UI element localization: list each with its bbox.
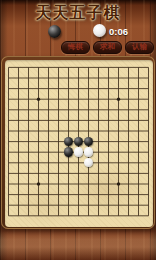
intersection-g13[interactable] [64,83,74,94]
intersection-e7[interactable] [44,147,54,158]
intersection-f2[interactable] [54,200,64,211]
intersection-e5[interactable] [44,168,54,179]
intersection-d3[interactable] [34,189,44,200]
intersection-a5[interactable] [4,168,14,179]
intersection-m7[interactable] [124,147,134,158]
intersection-o12[interactable] [144,94,154,105]
intersection-f10[interactable] [54,115,64,126]
intersection-a11[interactable] [4,104,14,115]
intersection-n15[interactable] [134,62,144,73]
intersection-b13[interactable] [14,83,24,94]
undo-button[interactable]: 悔棋 [61,41,90,54]
intersection-e1[interactable] [44,210,54,221]
intersection-l14[interactable] [114,73,124,84]
intersection-e13[interactable] [44,83,54,94]
intersection-e3[interactable] [44,189,54,200]
intersection-b11[interactable] [14,104,24,115]
resign-button[interactable]: 认输 [125,41,154,54]
intersection-n11[interactable] [134,104,144,115]
draw-button[interactable]: 求和 [93,41,122,54]
intersection-j15[interactable] [94,62,104,73]
stone-grid[interactable] [4,62,154,221]
intersection-h12[interactable] [74,94,84,105]
intersection-b4[interactable] [14,179,24,190]
intersection-c11[interactable] [24,104,34,115]
board-surface [5,60,153,227]
intersection-d13[interactable] [34,83,44,94]
intersection-i3[interactable] [84,189,94,200]
white-stone [74,147,83,156]
intersection-h14[interactable] [74,73,84,84]
intersection-b5[interactable] [14,168,24,179]
intersection-c6[interactable] [24,157,34,168]
intersection-e15[interactable] [44,62,54,73]
intersection-j7[interactable] [94,147,104,158]
intersection-i10[interactable] [84,115,94,126]
board [1,56,155,229]
intersection-k12[interactable] [104,94,114,105]
intersection-j14[interactable] [94,73,104,84]
intersection-e10[interactable] [44,115,54,126]
intersection-k14[interactable] [104,73,114,84]
intersection-g7[interactable] [64,147,74,158]
intersection-o7[interactable] [144,147,154,158]
intersection-n4[interactable] [134,179,144,190]
intersection-f9[interactable] [54,126,64,137]
intersection-i14[interactable] [84,73,94,84]
intersection-o9[interactable] [144,126,154,137]
intersection-j10[interactable] [94,115,104,126]
intersection-k15[interactable] [104,62,114,73]
black-stone [84,137,93,146]
intersection-h8[interactable] [74,136,84,147]
intersection-c5[interactable] [24,168,34,179]
intersection-f6[interactable] [54,157,64,168]
intersection-c10[interactable] [24,115,34,126]
intersection-n14[interactable] [134,73,144,84]
intersection-i5[interactable] [84,168,94,179]
intersection-a2[interactable] [4,200,14,211]
intersection-f4[interactable] [54,179,64,190]
intersection-h3[interactable] [74,189,84,200]
intersection-o11[interactable] [144,104,154,115]
intersection-m10[interactable] [124,115,134,126]
black-player-stone-icon [48,25,61,38]
intersection-e4[interactable] [44,179,54,190]
intersection-o15[interactable] [144,62,154,73]
intersection-f14[interactable] [54,73,64,84]
intersection-a14[interactable] [4,73,14,84]
intersection-o8[interactable] [144,136,154,147]
intersection-a6[interactable] [4,157,14,168]
black-stone [74,137,83,146]
intersection-c2[interactable] [24,200,34,211]
intersection-e11[interactable] [44,104,54,115]
intersection-n3[interactable] [134,189,144,200]
intersection-a7[interactable] [4,147,14,158]
intersection-c7[interactable] [24,147,34,158]
intersection-m5[interactable] [124,168,134,179]
intersection-a15[interactable] [4,62,14,73]
intersection-d6[interactable] [34,157,44,168]
intersection-g12[interactable] [64,94,74,105]
intersection-c4[interactable] [24,179,34,190]
intersection-i1[interactable] [84,210,94,221]
intersection-i13[interactable] [84,83,94,94]
intersection-g1[interactable] [64,210,74,221]
intersection-j12[interactable] [94,94,104,105]
intersection-l11[interactable] [114,104,124,115]
intersection-e9[interactable] [44,126,54,137]
intersection-k1[interactable] [104,210,114,221]
intersection-d10[interactable] [34,115,44,126]
intersection-d8[interactable] [34,136,44,147]
intersection-n5[interactable] [134,168,144,179]
intersection-l4[interactable] [114,179,124,190]
intersection-l5[interactable] [114,168,124,179]
intersection-n7[interactable] [134,147,144,158]
intersection-m6[interactable] [124,157,134,168]
intersection-f12[interactable] [54,94,64,105]
intersection-a3[interactable] [4,189,14,200]
intersection-n2[interactable] [134,200,144,211]
intersection-k11[interactable] [104,104,114,115]
intersection-e6[interactable] [44,157,54,168]
intersection-h2[interactable] [74,200,84,211]
intersection-g2[interactable] [64,200,74,211]
intersection-d1[interactable] [34,210,44,221]
intersection-d9[interactable] [34,126,44,137]
intersection-m14[interactable] [124,73,134,84]
intersection-o2[interactable] [144,200,154,211]
intersection-a13[interactable] [4,83,14,94]
intersection-b14[interactable] [14,73,24,84]
intersection-b3[interactable] [14,189,24,200]
intersection-i9[interactable] [84,126,94,137]
intersection-l3[interactable] [114,189,124,200]
intersection-j1[interactable] [94,210,104,221]
intersection-l7[interactable] [114,147,124,158]
intersection-k13[interactable] [104,83,114,94]
intersection-j6[interactable] [94,157,104,168]
action-bar: 悔棋 求和 认输 [61,41,154,54]
intersection-h13[interactable] [74,83,84,94]
intersection-e14[interactable] [44,73,54,84]
intersection-a8[interactable] [4,136,14,147]
intersection-c1[interactable] [24,210,34,221]
intersection-m13[interactable] [124,83,134,94]
move-timer: 0:06 [109,26,128,37]
intersection-k5[interactable] [104,168,114,179]
intersection-d7[interactable] [34,147,44,158]
intersection-m8[interactable] [124,136,134,147]
intersection-g6[interactable] [64,157,74,168]
intersection-g14[interactable] [64,73,74,84]
intersection-k9[interactable] [104,126,114,137]
intersection-o4[interactable] [144,179,154,190]
intersection-g11[interactable] [64,104,74,115]
intersection-n6[interactable] [134,157,144,168]
intersection-e8[interactable] [44,136,54,147]
intersection-b7[interactable] [14,147,24,158]
intersection-c9[interactable] [24,126,34,137]
app-title: 天天五子棋 [0,3,156,24]
intersection-n8[interactable] [134,136,144,147]
intersection-o6[interactable] [144,157,154,168]
intersection-i11[interactable] [84,104,94,115]
intersection-m4[interactable] [124,179,134,190]
intersection-l1[interactable] [114,210,124,221]
intersection-l15[interactable] [114,62,124,73]
intersection-k2[interactable] [104,200,114,211]
black-stone [64,147,73,156]
intersection-f15[interactable] [54,62,64,73]
white-stone [84,147,93,156]
intersection-b6[interactable] [14,157,24,168]
intersection-j9[interactable] [94,126,104,137]
intersection-m9[interactable] [124,126,134,137]
intersection-i12[interactable] [84,94,94,105]
intersection-h11[interactable] [74,104,84,115]
intersection-g3[interactable] [64,189,74,200]
intersection-k10[interactable] [104,115,114,126]
intersection-f8[interactable] [54,136,64,147]
intersection-g4[interactable] [64,179,74,190]
intersection-j11[interactable] [94,104,104,115]
intersection-j8[interactable] [94,136,104,147]
intersection-h7[interactable] [74,147,84,158]
intersection-g9[interactable] [64,126,74,137]
intersection-l13[interactable] [114,83,124,94]
intersection-g10[interactable] [64,115,74,126]
intersection-c14[interactable] [24,73,34,84]
intersection-d4[interactable] [34,179,44,190]
intersection-o10[interactable] [144,115,154,126]
intersection-m3[interactable] [124,189,134,200]
intersection-l8[interactable] [114,136,124,147]
intersection-i4[interactable] [84,179,94,190]
intersection-i6[interactable] [84,157,94,168]
intersection-h5[interactable] [74,168,84,179]
intersection-n1[interactable] [134,210,144,221]
intersection-m12[interactable] [124,94,134,105]
intersection-i8[interactable] [84,136,94,147]
intersection-a1[interactable] [4,210,14,221]
intersection-i15[interactable] [84,62,94,73]
intersection-k4[interactable] [104,179,114,190]
intersection-g8[interactable] [64,136,74,147]
intersection-e2[interactable] [44,200,54,211]
table-reflection [0,231,156,260]
intersection-f11[interactable] [54,104,64,115]
intersection-j2[interactable] [94,200,104,211]
intersection-d15[interactable] [34,62,44,73]
intersection-m2[interactable] [124,200,134,211]
intersection-n12[interactable] [134,94,144,105]
intersection-k3[interactable] [104,189,114,200]
intersection-f5[interactable] [54,168,64,179]
intersection-n9[interactable] [134,126,144,137]
intersection-l9[interactable] [114,126,124,137]
intersection-d14[interactable] [34,73,44,84]
intersection-j3[interactable] [94,189,104,200]
intersection-l12[interactable] [114,94,124,105]
intersection-b10[interactable] [14,115,24,126]
intersection-o1[interactable] [144,210,154,221]
intersection-c3[interactable] [24,189,34,200]
intersection-i2[interactable] [84,200,94,211]
intersection-a10[interactable] [4,115,14,126]
intersection-h1[interactable] [74,210,84,221]
intersection-o3[interactable] [144,189,154,200]
intersection-h9[interactable] [74,126,84,137]
intersection-a4[interactable] [4,179,14,190]
black-stone [64,137,73,146]
intersection-m11[interactable] [124,104,134,115]
intersection-a12[interactable] [4,94,14,105]
intersection-c12[interactable] [24,94,34,105]
intersection-c15[interactable] [24,62,34,73]
intersection-n13[interactable] [134,83,144,94]
intersection-j4[interactable] [94,179,104,190]
intersection-l2[interactable] [114,200,124,211]
intersection-h6[interactable] [74,157,84,168]
white-stone [84,158,93,167]
intersection-e12[interactable] [44,94,54,105]
intersection-k8[interactable] [104,136,114,147]
intersection-f3[interactable] [54,189,64,200]
intersection-b1[interactable] [14,210,24,221]
intersection-c13[interactable] [24,83,34,94]
intersection-d12[interactable] [34,94,44,105]
intersection-f13[interactable] [54,83,64,94]
intersection-b2[interactable] [14,200,24,211]
intersection-d5[interactable] [34,168,44,179]
intersection-g5[interactable] [64,168,74,179]
intersection-i7[interactable] [84,147,94,158]
intersection-a9[interactable] [4,126,14,137]
intersection-m1[interactable] [124,210,134,221]
intersection-f1[interactable] [54,210,64,221]
intersection-j13[interactable] [94,83,104,94]
intersection-h10[interactable] [74,115,84,126]
intersection-n10[interactable] [134,115,144,126]
intersection-l6[interactable] [114,157,124,168]
intersection-o14[interactable] [144,73,154,84]
intersection-o5[interactable] [144,168,154,179]
intersection-d2[interactable] [34,200,44,211]
intersection-k6[interactable] [104,157,114,168]
intersection-b9[interactable] [14,126,24,137]
white-player-stone-icon [93,24,106,37]
intersection-l10[interactable] [114,115,124,126]
intersection-h15[interactable] [74,62,84,73]
intersection-h4[interactable] [74,179,84,190]
intersection-c8[interactable] [24,136,34,147]
app-screen: 天天五子棋 0:06 悔棋 求和 认输 [0,0,156,260]
intersection-f7[interactable] [54,147,64,158]
intersection-k7[interactable] [104,147,114,158]
intersection-j5[interactable] [94,168,104,179]
intersection-d11[interactable] [34,104,44,115]
intersection-m15[interactable] [124,62,134,73]
intersection-b8[interactable] [14,136,24,147]
intersection-b12[interactable] [14,94,24,105]
intersection-g15[interactable] [64,62,74,73]
intersection-b15[interactable] [14,62,24,73]
intersection-o13[interactable] [144,83,154,94]
